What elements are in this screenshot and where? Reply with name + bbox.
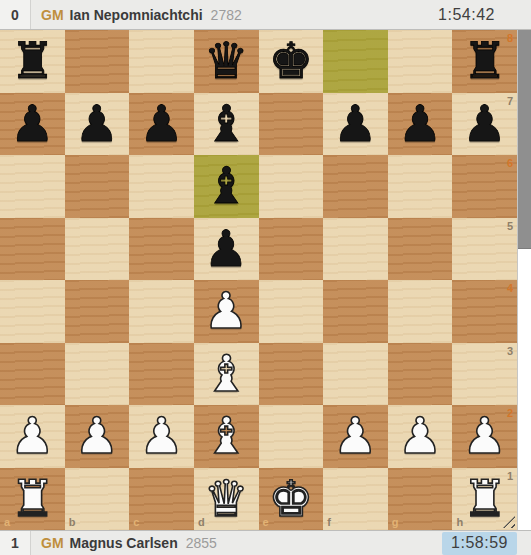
rank-label-4: 4 [507,282,513,294]
square-h1[interactable]: ♜1h [452,468,517,531]
rank-label-5: 5 [507,220,513,232]
square-a1[interactable]: ♜a [0,468,65,531]
chess-broadcast-window: 0 GM Ian Nepomniachtchi 2782 1:54:42 ♜♛♚… [0,0,531,555]
square-f1[interactable]: f [323,468,388,531]
square-b3[interactable] [65,343,130,406]
file-label-a: a [4,516,10,528]
rank-label-1: 1 [507,470,513,482]
square-b2[interactable]: ♟ [65,405,130,468]
rank-label-7: 7 [507,95,513,107]
file-label-d: d [198,516,205,528]
piece-white-bishop[interactable]: ♝ [194,343,259,406]
square-g8[interactable] [388,30,453,93]
file-label-b: b [69,516,76,528]
bottom-player-title: GM [41,535,64,551]
square-g6[interactable] [388,155,453,218]
square-e2[interactable] [259,405,324,468]
square-f8[interactable] [323,30,388,93]
square-g7[interactable]: ♟ [388,93,453,156]
square-g4[interactable] [388,280,453,343]
piece-black-pawn[interactable]: ♟ [323,93,388,156]
square-e8[interactable]: ♚ [259,30,324,93]
square-c1[interactable]: c [129,468,194,531]
square-g2[interactable]: ♟ [388,405,453,468]
rank-label-8: 8 [507,32,513,44]
square-c5[interactable] [129,218,194,281]
rank-label-2: 2 [507,407,513,419]
square-f2[interactable]: ♟ [323,405,388,468]
piece-white-bishop[interactable]: ♝ [194,405,259,468]
file-label-c: c [133,516,139,528]
rank-label-3: 3 [507,345,513,357]
square-f3[interactable] [323,343,388,406]
piece-white-pawn[interactable]: ♟ [0,405,65,468]
square-b4[interactable] [65,280,130,343]
square-h6[interactable]: 6 [452,155,517,218]
square-f5[interactable] [323,218,388,281]
square-d7[interactable]: ♝ [194,93,259,156]
piece-black-pawn[interactable]: ♟ [388,93,453,156]
top-player-clock: 1:54:42 [438,6,495,24]
square-a5[interactable] [0,218,65,281]
file-label-f: f [327,516,331,528]
square-d4[interactable]: ♟ [194,280,259,343]
square-g5[interactable] [388,218,453,281]
piece-white-pawn[interactable]: ♟ [388,405,453,468]
square-h7[interactable]: ♟7 [452,93,517,156]
piece-black-pawn[interactable]: ♟ [65,93,130,156]
square-h8[interactable]: ♜8 [452,30,517,93]
file-label-e: e [263,516,269,528]
piece-black-pawn[interactable]: ♟ [129,93,194,156]
top-player-title: GM [41,7,64,23]
square-b6[interactable] [65,155,130,218]
scrollbar-thumb[interactable] [518,30,531,249]
bottom-board-index: 1 [0,531,31,555]
piece-black-pawn[interactable]: ♟ [0,93,65,156]
square-c7[interactable]: ♟ [129,93,194,156]
square-a3[interactable] [0,343,65,406]
square-b1[interactable]: b [65,468,130,531]
square-e5[interactable] [259,218,324,281]
piece-black-bishop[interactable]: ♝ [194,93,259,156]
piece-white-pawn[interactable]: ♟ [65,405,130,468]
file-label-g: g [392,516,399,528]
square-e1[interactable]: ♚e [259,468,324,531]
square-h2[interactable]: ♟2 [452,405,517,468]
square-f7[interactable]: ♟ [323,93,388,156]
rank-label-6: 6 [507,157,513,169]
square-h4[interactable]: 4 [452,280,517,343]
square-e7[interactable] [259,93,324,156]
bottom-player-clock: 1:58:59 [442,532,517,555]
piece-black-rook[interactable]: ♜ [0,30,65,93]
square-c2[interactable]: ♟ [129,405,194,468]
square-c4[interactable] [129,280,194,343]
top-player-rating: 2782 [211,7,242,23]
piece-black-queen[interactable]: ♛ [194,30,259,93]
piece-white-pawn[interactable]: ♟ [323,405,388,468]
scrollbar-track[interactable] [517,30,531,530]
top-board-index: 0 [0,0,31,29]
chess-board[interactable]: ♜♛♚♜8♟♟♟♝♟♟♟7♝6♟5♟4♝3♟♟♟♝♟♟♟2♜abc♛d♚efg♜… [0,30,517,530]
square-d8[interactable]: ♛ [194,30,259,93]
square-a7[interactable]: ♟ [0,93,65,156]
piece-white-pawn[interactable]: ♟ [194,280,259,343]
square-a4[interactable] [0,280,65,343]
top-player-bar: 0 GM Ian Nepomniachtchi 2782 1:54:42 [0,0,531,30]
square-g1[interactable]: g [388,468,453,531]
square-b8[interactable] [65,30,130,93]
top-player-name[interactable]: Ian Nepomniachtchi [70,7,203,23]
square-b7[interactable]: ♟ [65,93,130,156]
square-d2[interactable]: ♝ [194,405,259,468]
square-h5[interactable]: 5 [452,218,517,281]
bottom-player-bar: 1 GM Magnus Carlsen 2855 1:58:59 [0,530,531,555]
square-e3[interactable] [259,343,324,406]
square-a6[interactable] [0,155,65,218]
square-a8[interactable]: ♜ [0,30,65,93]
square-d5[interactable]: ♟ [194,218,259,281]
piece-white-pawn[interactable]: ♟ [129,405,194,468]
square-d1[interactable]: ♛d [194,468,259,531]
square-c6[interactable] [129,155,194,218]
piece-black-bishop[interactable]: ♝ [194,155,259,218]
square-e6[interactable] [259,155,324,218]
square-d6[interactable]: ♝ [194,155,259,218]
piece-black-king[interactable]: ♚ [259,30,324,93]
square-f4[interactable] [323,280,388,343]
square-d3[interactable]: ♝ [194,343,259,406]
square-g3[interactable] [388,343,453,406]
square-b5[interactable] [65,218,130,281]
square-h3[interactable]: 3 [452,343,517,406]
file-label-h: h [456,516,463,528]
square-c3[interactable] [129,343,194,406]
piece-black-pawn[interactable]: ♟ [194,218,259,281]
square-a2[interactable]: ♟ [0,405,65,468]
bottom-player-rating: 2855 [186,535,217,551]
square-e4[interactable] [259,280,324,343]
square-f6[interactable] [323,155,388,218]
bottom-player-name[interactable]: Magnus Carlsen [70,535,178,551]
square-c8[interactable] [129,30,194,93]
